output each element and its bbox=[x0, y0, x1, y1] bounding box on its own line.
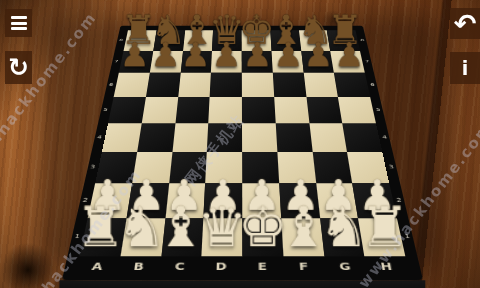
file-label: E bbox=[242, 261, 284, 276]
file-label: B bbox=[117, 261, 160, 276]
square-f6[interactable] bbox=[273, 73, 306, 97]
file-label: A bbox=[75, 261, 119, 276]
square-b4[interactable] bbox=[137, 123, 175, 152]
square-e7[interactable]: ♟ bbox=[242, 51, 273, 73]
square-a4[interactable] bbox=[102, 123, 142, 152]
board-front-edge: BEGINNER LEVEL bbox=[59, 280, 425, 288]
square-g1[interactable]: ♞ bbox=[320, 218, 365, 256]
info-button[interactable]: i bbox=[450, 52, 480, 84]
square-c6[interactable] bbox=[178, 73, 211, 97]
chess-app-screen: 87654321 87654321 ♜♞♝♛♚♝♞♜♟♟♟♟♟♟♟♟♟♟♟♟♟♟… bbox=[0, 0, 480, 288]
chess-board: 87654321 87654321 ♜♞♝♛♚♝♞♜♟♟♟♟♟♟♟♟♟♟♟♟♟♟… bbox=[62, 26, 423, 280]
board-grid: ♜♞♝♛♚♝♞♜♟♟♟♟♟♟♟♟♟♟♟♟♟♟♟♟♜♞♝♛♚♝♞♜ bbox=[79, 30, 405, 256]
square-b6[interactable] bbox=[146, 73, 181, 97]
piece-white-rook[interactable]: ♜ bbox=[360, 199, 410, 254]
square-d6[interactable] bbox=[210, 73, 242, 97]
piece-black-pawn[interactable]: ♟ bbox=[242, 38, 272, 72]
square-c4[interactable] bbox=[172, 123, 209, 152]
piece-black-pawn[interactable]: ♟ bbox=[150, 38, 180, 72]
square-g4[interactable] bbox=[309, 123, 347, 152]
square-g7[interactable]: ♟ bbox=[301, 51, 334, 73]
square-f5[interactable] bbox=[274, 97, 309, 123]
square-c7[interactable]: ♟ bbox=[180, 51, 212, 73]
square-a5[interactable] bbox=[108, 97, 146, 123]
file-label: C bbox=[159, 261, 202, 276]
square-a7[interactable]: ♟ bbox=[119, 51, 153, 73]
piece-black-pawn[interactable]: ♟ bbox=[119, 38, 149, 72]
rotate-icon: ↻ bbox=[8, 55, 29, 80]
square-h5[interactable] bbox=[338, 97, 376, 123]
piece-black-pawn[interactable]: ♟ bbox=[211, 38, 241, 72]
rotate-board-button[interactable]: ↻ bbox=[5, 51, 32, 84]
square-c5[interactable] bbox=[175, 97, 210, 123]
square-f1[interactable]: ♝ bbox=[281, 218, 324, 256]
file-label: D bbox=[201, 261, 243, 276]
info-icon: i bbox=[462, 59, 469, 78]
square-f7[interactable]: ♟ bbox=[271, 51, 303, 73]
file-label: G bbox=[324, 261, 367, 276]
piece-black-pawn[interactable]: ♟ bbox=[273, 38, 303, 72]
square-h1[interactable]: ♜ bbox=[358, 218, 405, 256]
piece-black-pawn[interactable]: ♟ bbox=[334, 38, 364, 72]
square-h4[interactable] bbox=[342, 123, 382, 152]
square-h6[interactable] bbox=[334, 73, 370, 97]
undo-icon: ↶ bbox=[454, 10, 477, 37]
piece-black-pawn[interactable]: ♟ bbox=[181, 38, 211, 72]
hamburger-icon bbox=[11, 14, 27, 33]
square-g5[interactable] bbox=[306, 97, 342, 123]
square-b7[interactable]: ♟ bbox=[150, 51, 183, 73]
square-a6[interactable] bbox=[114, 73, 150, 97]
board-scene: 87654321 87654321 ♜♞♝♛♚♝♞♜♟♟♟♟♟♟♟♟♟♟♟♟♟♟… bbox=[0, 0, 480, 288]
file-label: F bbox=[283, 261, 326, 276]
square-b5[interactable] bbox=[142, 97, 178, 123]
square-d7[interactable]: ♟ bbox=[211, 51, 242, 73]
square-g6[interactable] bbox=[303, 73, 338, 97]
square-e5[interactable] bbox=[242, 97, 276, 123]
square-e1[interactable]: ♚ bbox=[242, 218, 283, 256]
square-d5[interactable] bbox=[208, 97, 241, 123]
square-d4[interactable] bbox=[207, 123, 242, 152]
menu-button[interactable] bbox=[5, 9, 32, 37]
file-labels: ABCDEFGH bbox=[75, 261, 409, 276]
square-e6[interactable] bbox=[242, 73, 274, 97]
square-f4[interactable] bbox=[275, 123, 312, 152]
square-d1[interactable]: ♛ bbox=[202, 218, 243, 256]
undo-button[interactable]: ↶ bbox=[450, 8, 480, 39]
square-h7[interactable]: ♟ bbox=[330, 51, 364, 73]
piece-black-pawn[interactable]: ♟ bbox=[303, 38, 333, 72]
square-e4[interactable] bbox=[242, 123, 277, 152]
file-label: H bbox=[365, 261, 409, 276]
